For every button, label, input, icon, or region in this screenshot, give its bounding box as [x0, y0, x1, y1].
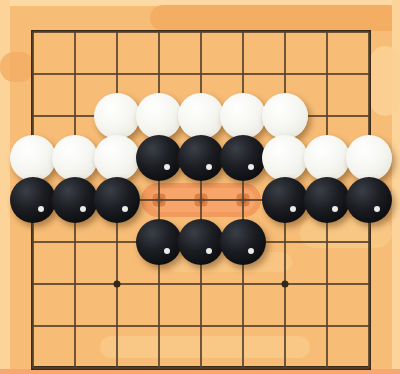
stone-white-c4r3[interactable] [136, 93, 182, 139]
stone-highlight-glint [248, 248, 254, 254]
stone-black-c3r5[interactable] [94, 177, 140, 223]
stone-highlight-glint [290, 206, 296, 212]
stone-white-c7r3[interactable] [262, 93, 308, 139]
stone-black-c4r4[interactable] [136, 135, 182, 181]
stone-highlight-glint [374, 206, 380, 212]
stone-highlight-glint [206, 248, 212, 254]
stone-white-c1r4[interactable] [10, 135, 56, 181]
stone-black-c5r6[interactable] [178, 219, 224, 265]
stone-white-c3r4[interactable] [94, 135, 140, 181]
grid-line [33, 367, 369, 368]
stone-black-c2r5[interactable] [52, 177, 98, 223]
stone-black-c4r6[interactable] [136, 219, 182, 265]
go-board-scene [0, 0, 400, 374]
stone-highlight-glint [80, 206, 86, 212]
stone-black-c7r5[interactable] [262, 177, 308, 223]
star-point [114, 281, 121, 288]
star-point [282, 281, 289, 288]
stone-black-c5r4[interactable] [178, 135, 224, 181]
stone-highlight-glint [122, 206, 128, 212]
stone-black-c9r5[interactable] [346, 177, 392, 223]
stone-black-c6r4[interactable] [220, 135, 266, 181]
stone-black-c1r5[interactable] [10, 177, 56, 223]
grid-line [33, 283, 369, 284]
stone-highlight-glint [164, 248, 170, 254]
stone-white-c5r3[interactable] [178, 93, 224, 139]
stone-white-c9r4[interactable] [346, 135, 392, 181]
grid-line [242, 32, 243, 368]
stone-highlight-glint [206, 164, 212, 170]
stone-white-c7r4[interactable] [262, 135, 308, 181]
grid-line [33, 325, 369, 326]
stone-black-c8r5[interactable] [304, 177, 350, 223]
stone-white-c2r4[interactable] [52, 135, 98, 181]
go-board[interactable] [0, 0, 400, 374]
stone-highlight-glint [38, 206, 44, 212]
stone-black-c6r6[interactable] [220, 219, 266, 265]
stone-white-c3r3[interactable] [94, 93, 140, 139]
stone-white-c6r3[interactable] [220, 93, 266, 139]
stone-white-c8r4[interactable] [304, 135, 350, 181]
stone-highlight-glint [164, 164, 170, 170]
stone-highlight-glint [332, 206, 338, 212]
stone-highlight-glint [248, 164, 254, 170]
